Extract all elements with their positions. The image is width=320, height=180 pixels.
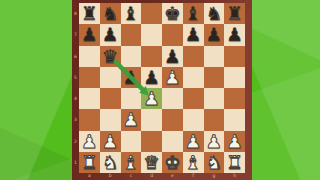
piece-black-bishop[interactable]: ♝	[121, 3, 142, 24]
piece-black-pawn[interactable]: ♟	[162, 46, 183, 67]
square-e2[interactable]	[162, 131, 183, 152]
piece-black-pawn[interactable]: ♟	[141, 67, 162, 88]
square-d5[interactable]: ♟	[141, 67, 162, 88]
square-c6[interactable]	[121, 46, 142, 67]
rank-label-8: 8	[72, 3, 79, 24]
rank-label-2: 2	[72, 131, 79, 152]
square-h7[interactable]: ♟	[224, 24, 245, 45]
square-f8[interactable]: ♝	[183, 3, 204, 24]
square-d8[interactable]	[141, 3, 162, 24]
file-label-d: d	[141, 173, 162, 180]
rank-label-4: 4	[72, 88, 79, 109]
piece-white-pawn[interactable]: ♟	[183, 131, 204, 152]
square-b5[interactable]	[100, 67, 121, 88]
piece-white-rook[interactable]: ♜	[79, 152, 100, 173]
piece-white-pawn[interactable]: ♟	[204, 131, 225, 152]
square-f7[interactable]: ♟	[183, 24, 204, 45]
piece-white-pawn[interactable]: ♟	[162, 67, 183, 88]
piece-black-pawn[interactable]: ♟	[183, 24, 204, 45]
square-b3[interactable]	[100, 109, 121, 130]
rank-label-5: 5	[72, 67, 79, 88]
square-c8[interactable]: ♝	[121, 3, 142, 24]
square-g7[interactable]: ♟	[204, 24, 225, 45]
piece-white-knight[interactable]: ♞	[204, 152, 225, 173]
square-a2[interactable]: ♟	[79, 131, 100, 152]
rank-label-3: 3	[72, 109, 79, 130]
square-e4[interactable]	[162, 88, 183, 109]
square-b6[interactable]: ♛	[100, 46, 121, 67]
piece-black-knight[interactable]: ♞	[100, 3, 121, 24]
thumbnail-stage: ♜♞♝♚♝♞♜♟♟♟♟♟♛♟♟♟♟♟♟♟♟♟♟♟♜♞♝♛♚♝♞♜ 8765432…	[0, 0, 320, 180]
square-a1[interactable]: ♜	[79, 152, 100, 173]
square-e6[interactable]: ♟	[162, 46, 183, 67]
piece-white-knight[interactable]: ♞	[100, 152, 121, 173]
square-g8[interactable]: ♞	[204, 3, 225, 24]
piece-black-rook[interactable]: ♜	[79, 3, 100, 24]
square-d3[interactable]	[141, 109, 162, 130]
square-g3[interactable]	[204, 109, 225, 130]
board-grid: ♜♞♝♚♝♞♜♟♟♟♟♟♛♟♟♟♟♟♟♟♟♟♟♟♜♞♝♛♚♝♞♜	[79, 3, 245, 173]
square-f6[interactable]	[183, 46, 204, 67]
file-label-g: g	[204, 173, 225, 180]
piece-black-pawn[interactable]: ♟	[121, 67, 142, 88]
piece-white-pawn[interactable]: ♟	[224, 131, 245, 152]
piece-white-king[interactable]: ♚	[162, 152, 183, 173]
piece-black-pawn[interactable]: ♟	[100, 24, 121, 45]
rank-label-7: 7	[72, 24, 79, 45]
square-d2[interactable]	[141, 131, 162, 152]
piece-white-pawn[interactable]: ♟	[100, 131, 121, 152]
piece-black-bishop[interactable]: ♝	[183, 3, 204, 24]
rank-label-1: 1	[72, 152, 79, 173]
square-b8[interactable]: ♞	[100, 3, 121, 24]
square-a6[interactable]	[79, 46, 100, 67]
square-d1[interactable]: ♛	[141, 152, 162, 173]
file-label-h: h	[224, 173, 245, 180]
file-label-e: e	[162, 173, 183, 180]
square-b7[interactable]: ♟	[100, 24, 121, 45]
piece-white-pawn[interactable]: ♟	[121, 109, 142, 130]
square-a7[interactable]: ♟	[79, 24, 100, 45]
piece-white-bishop[interactable]: ♝	[183, 152, 204, 173]
piece-white-queen[interactable]: ♛	[141, 152, 162, 173]
file-label-b: b	[100, 173, 121, 180]
piece-black-rook[interactable]: ♜	[224, 3, 245, 24]
square-b1[interactable]: ♞	[100, 152, 121, 173]
piece-black-knight[interactable]: ♞	[204, 3, 225, 24]
square-e7[interactable]	[162, 24, 183, 45]
square-f1[interactable]: ♝	[183, 152, 204, 173]
piece-black-pawn[interactable]: ♟	[79, 24, 100, 45]
piece-black-pawn[interactable]: ♟	[224, 24, 245, 45]
file-label-f: f	[183, 173, 204, 180]
square-h6[interactable]	[224, 46, 245, 67]
square-h1[interactable]: ♜	[224, 152, 245, 173]
square-c4[interactable]	[121, 88, 142, 109]
piece-white-rook[interactable]: ♜	[224, 152, 245, 173]
piece-white-pawn[interactable]: ♟	[79, 131, 100, 152]
square-h5[interactable]	[224, 67, 245, 88]
square-b4[interactable]	[100, 88, 121, 109]
square-e5[interactable]: ♟	[162, 67, 183, 88]
square-g5[interactable]	[204, 67, 225, 88]
square-e1[interactable]: ♚	[162, 152, 183, 173]
square-h8[interactable]: ♜	[224, 3, 245, 24]
square-c1[interactable]: ♝	[121, 152, 142, 173]
square-g1[interactable]: ♞	[204, 152, 225, 173]
piece-white-pawn[interactable]: ♟	[141, 88, 162, 109]
square-b2[interactable]: ♟	[100, 131, 121, 152]
square-a3[interactable]	[79, 109, 100, 130]
square-c7[interactable]	[121, 24, 142, 45]
file-label-c: c	[121, 173, 142, 180]
square-g6[interactable]	[204, 46, 225, 67]
square-c3[interactable]: ♟	[121, 109, 142, 130]
square-e8[interactable]: ♚	[162, 3, 183, 24]
chess-board: ♜♞♝♚♝♞♜♟♟♟♟♟♛♟♟♟♟♟♟♟♟♟♟♟♜♞♝♛♚♝♞♜ 8765432…	[72, 0, 252, 180]
square-e3[interactable]	[162, 109, 183, 130]
square-g2[interactable]: ♟	[204, 131, 225, 152]
square-f3[interactable]	[183, 109, 204, 130]
square-c5[interactable]: ♟	[121, 67, 142, 88]
piece-black-pawn[interactable]: ♟	[204, 24, 225, 45]
file-label-a: a	[79, 173, 100, 180]
square-c2[interactable]	[121, 131, 142, 152]
piece-black-queen[interactable]: ♛	[100, 46, 121, 67]
square-f2[interactable]: ♟	[183, 131, 204, 152]
square-d7[interactable]	[141, 24, 162, 45]
square-h4[interactable]	[224, 88, 245, 109]
square-a5[interactable]	[79, 67, 100, 88]
square-a4[interactable]	[79, 88, 100, 109]
square-f4[interactable]	[183, 88, 204, 109]
piece-white-bishop[interactable]: ♝	[121, 152, 142, 173]
square-h3[interactable]	[224, 109, 245, 130]
square-a8[interactable]: ♜	[79, 3, 100, 24]
square-g4[interactable]	[204, 88, 225, 109]
piece-black-king[interactable]: ♚	[162, 3, 183, 24]
square-d6[interactable]	[141, 46, 162, 67]
rank-label-6: 6	[72, 46, 79, 67]
square-h2[interactable]: ♟	[224, 131, 245, 152]
square-f5[interactable]	[183, 67, 204, 88]
square-d4[interactable]: ♟	[141, 88, 162, 109]
